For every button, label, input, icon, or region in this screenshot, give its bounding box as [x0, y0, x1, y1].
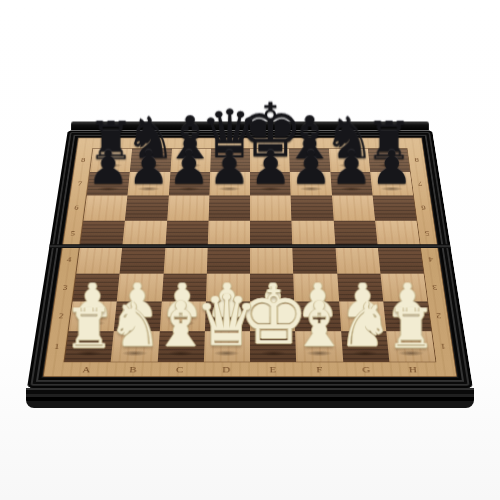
black-pawn-icon: ♟ — [331, 146, 373, 190]
piece-black-pawn-c7[interactable]: ♟ — [168, 146, 210, 190]
square-b5[interactable] — [123, 220, 167, 246]
square-g5[interactable] — [333, 220, 377, 246]
square-h5[interactable] — [375, 220, 420, 246]
square-h4[interactable] — [377, 246, 423, 273]
piece-black-pawn-h7[interactable]: ♟ — [371, 146, 413, 190]
file-label-g: G — [343, 365, 390, 374]
file-label-b: B — [110, 365, 157, 374]
piece-black-pawn-a7[interactable]: ♟ — [87, 146, 129, 190]
black-pawn-icon: ♟ — [249, 146, 291, 190]
chess-board: ABCDEFGH 87654321 87654321 ♜♞♝♛♚♝♞♜♟♟♟♟♟… — [27, 130, 473, 388]
square-d5[interactable] — [208, 220, 250, 246]
rank-label-right-8: 8 — [408, 157, 426, 163]
rank-label-right-5: 5 — [418, 230, 437, 237]
piece-black-pawn-e7[interactable]: ♟ — [249, 146, 291, 190]
square-c4[interactable] — [163, 246, 207, 273]
product-photo-stage: ABCDEFGH 87654321 87654321 ♜♞♝♛♚♝♞♜♟♟♟♟♟… — [0, 0, 500, 500]
piece-white-knight-g1[interactable]: ♞ — [338, 297, 392, 354]
square-f5[interactable] — [292, 220, 335, 246]
file-label-f: F — [296, 365, 343, 374]
piece-white-knight-b1[interactable]: ♞ — [108, 297, 162, 354]
file-label-c: C — [156, 365, 203, 374]
black-pawn-icon: ♟ — [87, 146, 129, 190]
file-label-h: H — [389, 365, 437, 374]
square-f4[interactable] — [292, 246, 336, 273]
piece-white-rook-h1[interactable]: ♜ — [387, 302, 436, 354]
white-rook-icon: ♜ — [387, 302, 436, 354]
file-label-e: E — [250, 365, 297, 374]
white-knight-icon: ♞ — [338, 297, 392, 354]
black-pawn-icon: ♟ — [290, 146, 332, 190]
square-g4[interactable] — [335, 246, 380, 273]
square-d4[interactable] — [207, 246, 250, 273]
white-queen-icon: ♛ — [195, 287, 258, 354]
square-a4[interactable] — [76, 246, 122, 273]
rank-label-right-2: 2 — [429, 312, 449, 320]
white-rook-icon: ♜ — [64, 302, 113, 354]
piece-black-pawn-f7[interactable]: ♟ — [290, 146, 332, 190]
square-e5[interactable] — [250, 220, 292, 246]
rank-label-right-7: 7 — [411, 180, 429, 186]
rank-label-right-1: 1 — [433, 342, 454, 350]
rank-label-left-6: 6 — [67, 205, 85, 212]
board-front-edge — [26, 388, 474, 408]
rank-label-right-3: 3 — [425, 283, 445, 290]
square-e4[interactable] — [250, 246, 293, 273]
rank-label-left-4: 4 — [60, 256, 79, 263]
black-pawn-icon: ♟ — [128, 146, 170, 190]
rank-label-left-5: 5 — [63, 230, 82, 237]
piece-black-pawn-g7[interactable]: ♟ — [331, 146, 373, 190]
black-pawn-icon: ♟ — [209, 146, 251, 190]
file-label-d: D — [203, 365, 250, 374]
square-a5[interactable] — [80, 220, 125, 246]
piece-black-pawn-b7[interactable]: ♟ — [128, 146, 170, 190]
rank-label-right-6: 6 — [414, 205, 432, 212]
square-b4[interactable] — [120, 246, 165, 273]
black-pawn-icon: ♟ — [371, 146, 413, 190]
piece-white-rook-a1[interactable]: ♜ — [64, 302, 113, 354]
file-label-a: A — [63, 365, 111, 374]
piece-white-queen-d1[interactable]: ♛ — [195, 287, 258, 354]
black-pawn-icon: ♟ — [168, 146, 210, 190]
rank-label-right-4: 4 — [421, 256, 440, 263]
piece-black-pawn-d7[interactable]: ♟ — [209, 146, 251, 190]
white-knight-icon: ♞ — [108, 297, 162, 354]
square-c5[interactable] — [165, 220, 208, 246]
